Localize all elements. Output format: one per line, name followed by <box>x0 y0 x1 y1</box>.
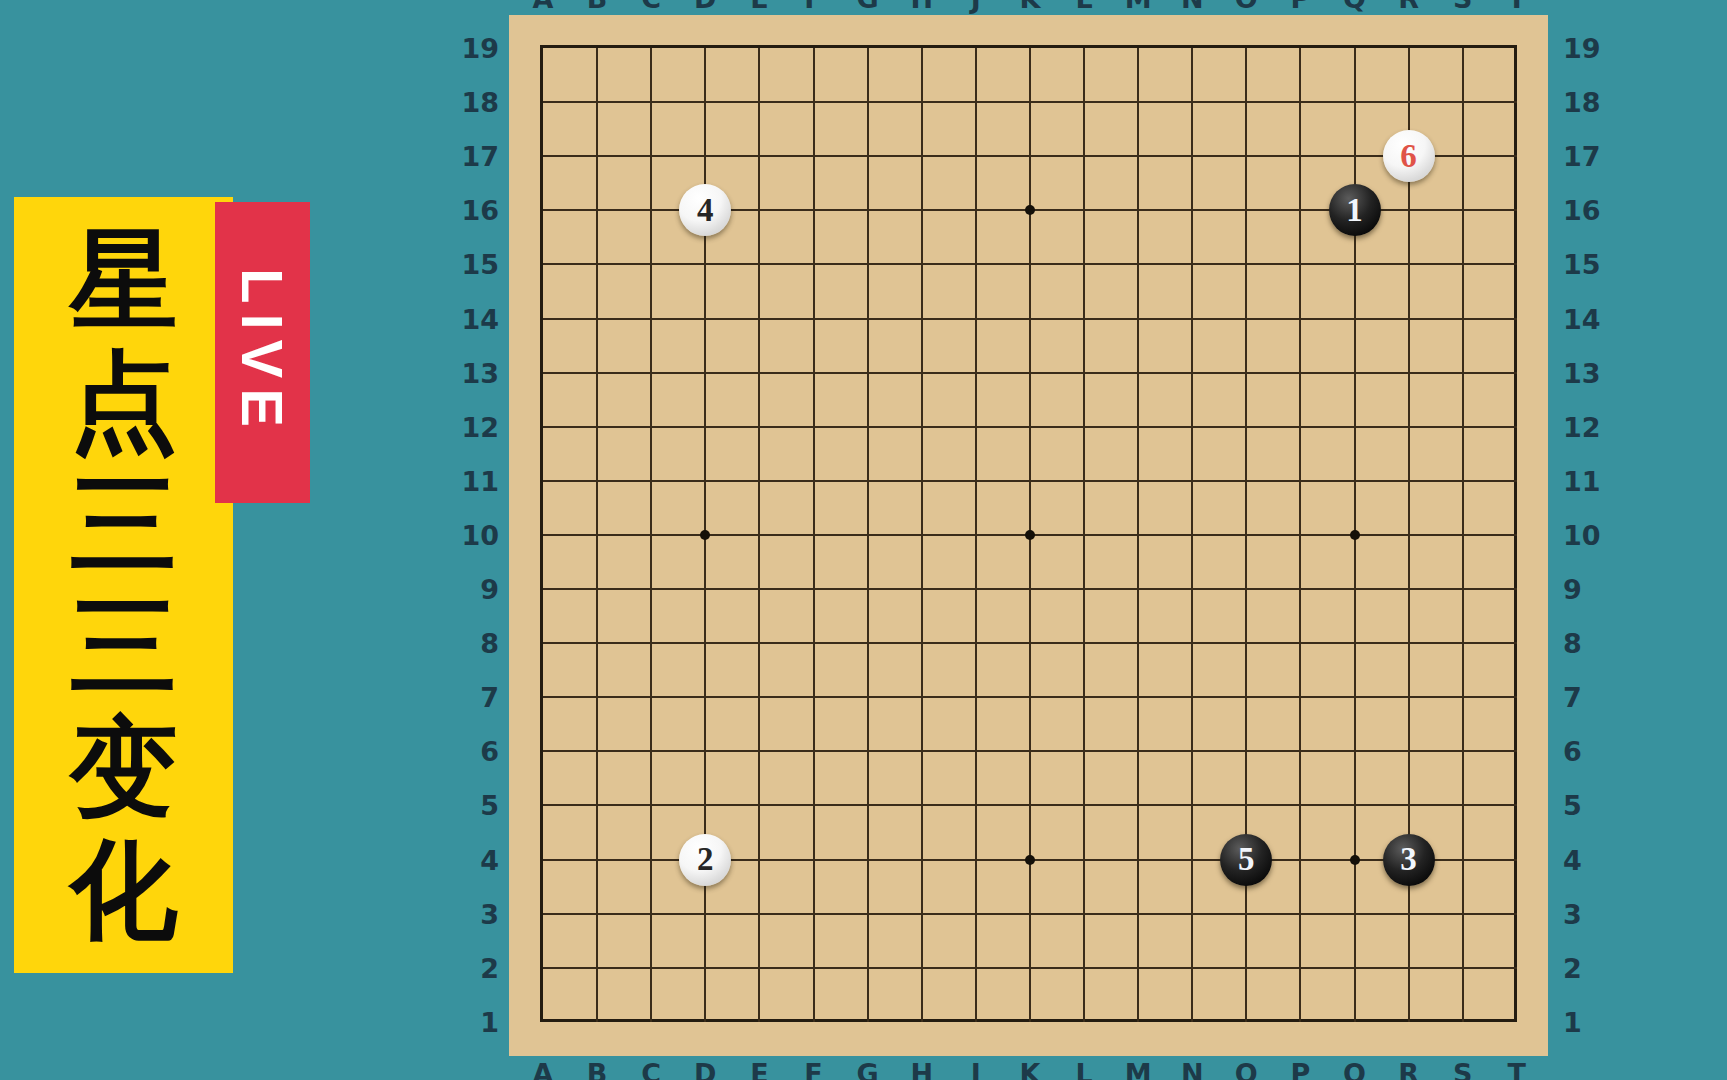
move-number: 2 <box>697 843 714 876</box>
stone-black-O4[interactable]: 5 <box>1220 834 1272 886</box>
col-label-bottom-E: E <box>739 1058 779 1080</box>
col-label-top-H: H <box>902 0 942 14</box>
title-char-3: 三 <box>14 463 233 585</box>
star-point-K4 <box>1025 855 1035 865</box>
grid-line-horizontal <box>543 696 1517 698</box>
col-label-bottom-T: T <box>1497 1058 1537 1080</box>
move-number: 4 <box>697 194 714 227</box>
star-point-K10 <box>1025 530 1035 540</box>
row-label-right-12: 12 <box>1563 412 1607 443</box>
row-label-left-13: 13 <box>455 358 499 389</box>
col-label-bottom-P: P <box>1280 1058 1320 1080</box>
row-label-left-19: 19 <box>455 33 499 64</box>
row-label-right-3: 3 <box>1563 899 1607 930</box>
row-label-right-15: 15 <box>1563 249 1607 280</box>
col-label-top-F: F <box>794 0 834 14</box>
col-label-top-S: S <box>1443 0 1483 14</box>
title-char-5: 变 <box>14 707 233 829</box>
grid-line-vertical <box>1462 48 1464 1022</box>
row-label-left-16: 16 <box>455 195 499 226</box>
grid-line-horizontal <box>543 913 1517 915</box>
row-label-right-19: 19 <box>1563 33 1607 64</box>
row-label-left-7: 7 <box>455 682 499 713</box>
col-label-top-B: B <box>577 0 617 14</box>
row-label-left-6: 6 <box>455 736 499 767</box>
col-label-bottom-H: H <box>902 1058 942 1080</box>
star-point-Q4 <box>1350 855 1360 865</box>
col-label-bottom-K: K <box>1010 1058 1050 1080</box>
col-label-top-K: K <box>1010 0 1050 14</box>
row-label-right-7: 7 <box>1563 682 1607 713</box>
row-label-left-10: 10 <box>455 520 499 551</box>
title-char-2: 点 <box>14 341 233 463</box>
stone-black-Q16[interactable]: 1 <box>1329 184 1381 236</box>
col-label-top-A: A <box>523 0 563 14</box>
row-label-right-2: 2 <box>1563 953 1607 984</box>
row-label-right-6: 6 <box>1563 736 1607 767</box>
stone-white-R17[interactable]: 6 <box>1383 130 1435 182</box>
col-label-bottom-Q: Q <box>1335 1058 1375 1080</box>
col-label-top-T: T <box>1497 0 1537 14</box>
live-badge: LIVE <box>215 202 310 503</box>
col-label-bottom-F: F <box>794 1058 834 1080</box>
row-label-left-12: 12 <box>455 412 499 443</box>
grid-line-vertical <box>1137 48 1139 1022</box>
grid-line-horizontal <box>543 804 1517 806</box>
grid-line-vertical <box>1299 48 1301 1022</box>
row-label-right-9: 9 <box>1563 574 1607 605</box>
star-point-Q10 <box>1350 530 1360 540</box>
move-number: 1 <box>1346 194 1363 227</box>
grid-line-horizontal <box>543 642 1517 644</box>
row-label-left-18: 18 <box>455 87 499 118</box>
row-label-right-18: 18 <box>1563 87 1607 118</box>
col-label-top-C: C <box>631 0 671 14</box>
col-label-bottom-J: J <box>956 1058 996 1080</box>
grid-line-horizontal <box>543 750 1517 752</box>
stone-black-R4[interactable]: 3 <box>1383 834 1435 886</box>
row-label-left-11: 11 <box>455 466 499 497</box>
move-number: 6 <box>1400 140 1417 173</box>
row-label-left-4: 4 <box>455 845 499 876</box>
row-label-right-13: 13 <box>1563 358 1607 389</box>
col-label-bottom-A: A <box>523 1058 563 1080</box>
title-char-6: 化 <box>14 829 233 951</box>
move-number: 3 <box>1400 843 1417 876</box>
row-label-left-9: 9 <box>455 574 499 605</box>
col-label-top-G: G <box>848 0 888 14</box>
col-label-bottom-M: M <box>1118 1058 1158 1080</box>
live-badge-label: LIVE <box>229 268 296 437</box>
row-label-left-15: 15 <box>455 249 499 280</box>
row-label-right-17: 17 <box>1563 141 1607 172</box>
col-label-top-M: M <box>1118 0 1158 14</box>
col-label-bottom-N: N <box>1172 1058 1212 1080</box>
col-label-bottom-G: G <box>848 1058 888 1080</box>
row-label-right-8: 8 <box>1563 628 1607 659</box>
col-label-bottom-B: B <box>577 1058 617 1080</box>
row-label-right-4: 4 <box>1563 845 1607 876</box>
row-label-left-8: 8 <box>455 628 499 659</box>
col-label-top-O: O <box>1226 0 1266 14</box>
row-label-left-2: 2 <box>455 953 499 984</box>
row-label-left-5: 5 <box>455 790 499 821</box>
row-label-left-3: 3 <box>455 899 499 930</box>
col-label-bottom-C: C <box>631 1058 671 1080</box>
row-label-right-5: 5 <box>1563 790 1607 821</box>
col-label-top-D: D <box>685 0 725 14</box>
row-label-left-17: 17 <box>455 141 499 172</box>
grid-line-vertical <box>1083 48 1085 1022</box>
col-label-bottom-D: D <box>685 1058 725 1080</box>
row-label-left-1: 1 <box>455 1007 499 1038</box>
row-label-left-14: 14 <box>455 304 499 335</box>
page-title: 星点三三变化 <box>14 219 233 951</box>
row-label-right-10: 10 <box>1563 520 1607 551</box>
col-label-top-J: J <box>956 0 996 14</box>
grid-line-vertical <box>1191 48 1193 1022</box>
move-number: 5 <box>1238 843 1255 876</box>
title-banner: 星点三三变化 <box>14 197 233 973</box>
col-label-top-R: R <box>1389 0 1429 14</box>
col-label-bottom-O: O <box>1226 1058 1266 1080</box>
stone-white-D4[interactable]: 2 <box>679 834 731 886</box>
grid-line-horizontal <box>543 588 1517 590</box>
grid-line-horizontal <box>543 967 1517 969</box>
col-label-top-N: N <box>1172 0 1212 14</box>
col-label-bottom-L: L <box>1064 1058 1104 1080</box>
col-label-top-P: P <box>1280 0 1320 14</box>
title-char-4: 三 <box>14 585 233 707</box>
col-label-bottom-R: R <box>1389 1058 1429 1080</box>
row-label-right-1: 1 <box>1563 1007 1607 1038</box>
col-label-top-E: E <box>739 0 779 14</box>
col-label-bottom-S: S <box>1443 1058 1483 1080</box>
col-label-top-L: L <box>1064 0 1104 14</box>
page-background: 星点三三变化 LIVE AABBCCDDEEFFGGHHJJKKLLMMNNOO… <box>0 0 1727 1080</box>
row-label-right-14: 14 <box>1563 304 1607 335</box>
row-label-right-11: 11 <box>1563 466 1607 497</box>
row-label-right-16: 16 <box>1563 195 1607 226</box>
col-label-top-Q: Q <box>1335 0 1375 14</box>
title-char-1: 星 <box>14 219 233 341</box>
